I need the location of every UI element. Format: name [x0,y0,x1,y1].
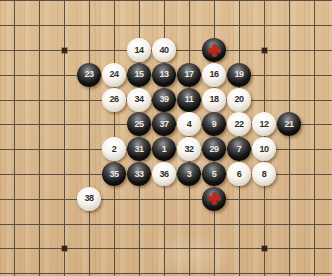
stone-black-13: 13 [152,63,176,87]
stone-move-number: 10 [259,145,268,154]
stone-move-number: 35 [109,170,118,179]
stone-move-number: 17 [184,70,193,79]
stone-black-marked [202,187,226,211]
stone-move-number: 23 [84,70,93,79]
stone-black-37: 37 [152,112,176,136]
stone-move-number: 4 [187,120,192,129]
stone-move-number: 8 [262,170,267,179]
stone-black-23: 23 [77,63,101,87]
red-flower-marker-icon [212,196,217,201]
stone-move-number: 9 [212,120,217,129]
stone-black-39: 39 [152,88,176,112]
red-flower-marker-icon [212,48,217,53]
stone-white-40: 40 [152,38,176,62]
grid-horizontal-line [0,0,332,1]
stone-move-number: 38 [84,194,93,203]
stone-black-25: 25 [127,112,151,136]
stone-black-11: 11 [177,88,201,112]
stone-white-20: 20 [227,88,251,112]
stone-move-number: 15 [134,70,143,79]
stone-white-12: 12 [252,112,276,136]
stone-white-34: 34 [127,88,151,112]
star-point [62,246,67,251]
grid-vertical-line [314,0,315,276]
stone-move-number: 13 [159,70,168,79]
stone-move-number: 11 [185,95,194,104]
stone-white-6: 6 [227,162,251,186]
grid-vertical-line [14,0,15,276]
stone-move-number: 25 [134,120,143,129]
stone-white-38: 38 [77,187,101,211]
stone-move-number: 34 [134,95,143,104]
star-point [262,246,267,251]
stone-move-number: 3 [187,170,192,179]
stone-black-29: 29 [202,137,226,161]
stone-move-number: 37 [159,120,168,129]
stone-black-marked [202,38,226,62]
stone-black-17: 17 [177,63,201,87]
stone-move-number: 20 [234,95,243,104]
stone-move-number: 40 [159,46,168,55]
stone-black-5: 5 [202,162,226,186]
grid-horizontal-line [0,224,332,225]
stone-white-8: 8 [252,162,276,186]
stone-move-number: 1 [162,145,167,154]
stone-move-number: 26 [109,95,118,104]
stone-white-2: 2 [102,137,126,161]
grid-horizontal-line [0,248,332,249]
grid-horizontal-line [0,199,332,200]
stone-black-9: 9 [202,112,226,136]
stone-black-31: 31 [127,137,151,161]
stone-move-number: 18 [209,95,218,104]
stone-white-10: 10 [252,137,276,161]
stone-white-18: 18 [202,88,226,112]
grid-horizontal-line [0,25,332,26]
stone-move-number: 7 [237,145,242,154]
stone-move-number: 31 [134,145,143,154]
grid-vertical-line [64,0,65,276]
stone-move-number: 19 [234,70,243,79]
stone-move-number: 12 [259,120,268,129]
stone-move-number: 6 [237,170,242,179]
stone-move-number: 5 [212,170,217,179]
stone-move-number: 33 [134,170,143,179]
stone-move-number: 32 [184,145,193,154]
stone-white-16: 16 [202,63,226,87]
stone-white-14: 14 [127,38,151,62]
star-point [262,48,267,53]
stone-white-22: 22 [227,112,251,136]
stone-white-32: 32 [177,137,201,161]
stone-black-35: 35 [102,162,126,186]
stone-black-15: 15 [127,63,151,87]
stone-move-number: 21 [284,120,293,129]
stone-move-number: 29 [209,145,218,154]
stone-black-1: 1 [152,137,176,161]
stone-move-number: 22 [234,120,243,129]
stone-move-number: 24 [109,70,118,79]
stone-move-number: 39 [159,95,168,104]
stone-move-number: 36 [159,170,168,179]
stone-black-19: 19 [227,63,251,87]
gomoku-board[interactable]: 1440232415131716192634391118202537492212… [0,0,332,276]
stone-black-21: 21 [277,112,301,136]
stone-black-33: 33 [127,162,151,186]
grid-vertical-line [289,0,290,276]
stone-white-24: 24 [102,63,126,87]
star-point [62,48,67,53]
stone-move-number: 14 [134,46,143,55]
stone-white-4: 4 [177,112,201,136]
grid-horizontal-line [0,273,332,274]
grid-vertical-line [89,0,90,276]
gomoku-screenshot: 1440232415131716192634391118202537492212… [0,0,332,276]
stone-black-3: 3 [177,162,201,186]
stone-move-number: 16 [209,70,218,79]
stone-move-number: 2 [112,145,117,154]
stone-black-7: 7 [227,137,251,161]
stone-white-26: 26 [102,88,126,112]
stone-white-36: 36 [152,162,176,186]
grid-vertical-line [39,0,40,276]
